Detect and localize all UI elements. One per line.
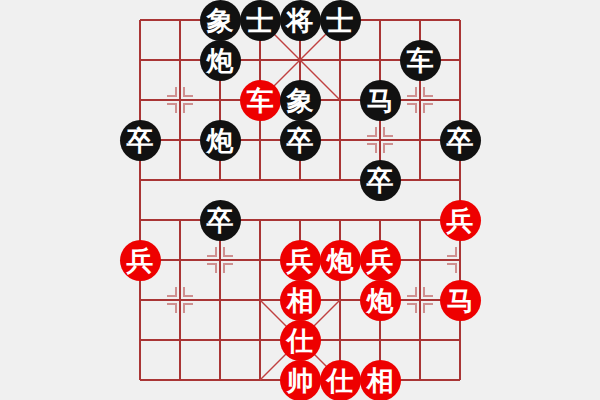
piece-red-elephant[interactable]: 相 (360, 360, 401, 400)
piece-red-horse[interactable]: 马 (440, 280, 481, 321)
piece-black-advisor[interactable]: 士 (320, 0, 361, 41)
piece-red-elephant[interactable]: 相 (280, 280, 321, 321)
piece-black-chariot[interactable]: 车 (400, 40, 441, 81)
piece-red-soldier[interactable]: 兵 (280, 240, 321, 281)
piece-black-elephant[interactable]: 象 (280, 80, 321, 121)
piece-black-soldier[interactable]: 卒 (200, 200, 241, 241)
piece-black-soldier[interactable]: 卒 (360, 160, 401, 201)
piece-black-general[interactable]: 将 (280, 0, 321, 41)
piece-red-cannon[interactable]: 炮 (360, 280, 401, 321)
piece-black-cannon[interactable]: 炮 (200, 40, 241, 81)
piece-red-advisor[interactable]: 仕 (280, 320, 321, 361)
piece-black-soldier[interactable]: 卒 (120, 120, 161, 161)
piece-red-soldier[interactable]: 兵 (440, 200, 481, 241)
piece-black-soldier[interactable]: 卒 (280, 120, 321, 161)
piece-black-horse[interactable]: 马 (360, 80, 401, 121)
piece-black-cannon[interactable]: 炮 (200, 120, 241, 161)
piece-red-chariot[interactable]: 车 (240, 80, 281, 121)
piece-black-advisor[interactable]: 士 (240, 0, 281, 41)
xiangqi-board[interactable]: 象士将士炮车车象马卒炮卒卒卒卒兵兵兵炮兵相炮马仕帅仕相 (120, 0, 480, 400)
piece-black-elephant[interactable]: 象 (200, 0, 241, 41)
piece-red-general[interactable]: 帅 (280, 360, 321, 400)
piece-red-soldier[interactable]: 兵 (360, 240, 401, 281)
piece-red-cannon[interactable]: 炮 (320, 240, 361, 281)
pieces-layer: 象士将士炮车车象马卒炮卒卒卒卒兵兵兵炮兵相炮马仕帅仕相 (120, 0, 480, 400)
piece-red-advisor[interactable]: 仕 (320, 360, 361, 400)
xiangqi-app: 象士将士炮车车象马卒炮卒卒卒卒兵兵兵炮兵相炮马仕帅仕相 (0, 0, 600, 400)
piece-red-soldier[interactable]: 兵 (120, 240, 161, 281)
piece-black-soldier[interactable]: 卒 (440, 120, 481, 161)
